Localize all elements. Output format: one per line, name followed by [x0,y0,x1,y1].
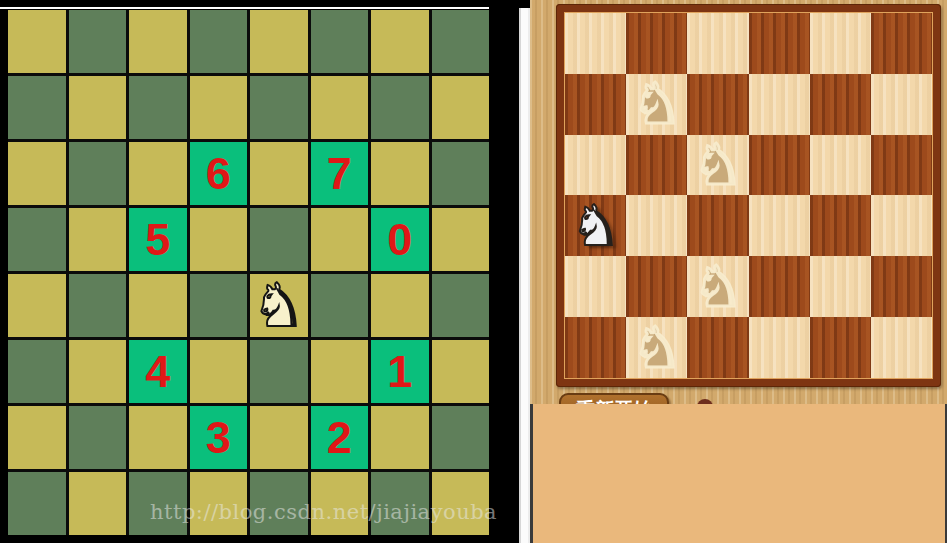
left-board-square [69,472,127,535]
right-board-square[interactable] [871,195,932,256]
left-board-square [432,76,490,139]
move-number-label: 3 [206,415,231,460]
right-board-square[interactable] [871,317,932,378]
right-board-square[interactable] [871,256,932,317]
top-divider-line [0,7,489,9]
ghost-knight-move-target[interactable]: ♞ [632,76,682,132]
left-board-square [190,208,248,271]
left-board-square [311,76,369,139]
right-board-square[interactable] [749,135,810,196]
left-board-square: 4 [129,340,187,403]
left-board-square [129,274,187,337]
left-board-square [8,142,66,205]
left-board-square [69,208,127,271]
right-board-square[interactable] [871,74,932,135]
left-board-square [8,340,66,403]
right-board-square[interactable] [871,13,932,74]
left-board-square [311,208,369,271]
left-board-square: 7 [311,142,369,205]
right-board-square[interactable] [749,13,810,74]
bottom-overlay [533,404,945,543]
right-board-square[interactable]: ♞ [687,256,748,317]
right-board-square[interactable] [810,256,871,317]
left-board-square: 6 [190,142,248,205]
right-board-square[interactable] [565,74,626,135]
left-board-square: 0 [371,208,429,271]
right-board-square[interactable]: ♞ [626,317,687,378]
left-board-square [129,142,187,205]
right-board-square[interactable] [565,317,626,378]
ghost-knight-move-target[interactable]: ♞ [693,137,743,193]
left-panel: 6750♞4132 http://blog.csdn.net/jiajiayou… [0,0,530,543]
move-number-label: 7 [327,151,352,196]
left-board-square [8,10,66,73]
left-board-square: ♞ [250,274,308,337]
left-board-square [69,340,127,403]
left-board-square [8,76,66,139]
ghost-knight-move-target[interactable]: ♞ [693,259,743,315]
left-board-square [250,142,308,205]
move-number-label: 4 [145,349,170,394]
left-board-square: 2 [311,406,369,469]
right-board-square[interactable] [565,256,626,317]
left-board-square [69,10,127,73]
left-board-square [8,274,66,337]
right-board-square[interactable] [687,317,748,378]
left-board-square [311,274,369,337]
watermark-url: http://blog.csdn.net/jiajiayouba [150,500,495,524]
vertical-scrollbar[interactable] [519,8,530,543]
right-board-square[interactable] [810,13,871,74]
right-board-square[interactable] [810,74,871,135]
left-board-square [8,406,66,469]
left-board-square [250,10,308,73]
left-board-square [432,10,490,73]
left-board-square: 3 [190,406,248,469]
right-board-square[interactable] [626,13,687,74]
right-board-square[interactable]: ♞ [626,74,687,135]
left-board-square [250,76,308,139]
right-board-frame: ♞♞♞♞♞ [556,4,941,387]
left-chess-board: 6750♞4132 [8,10,489,535]
left-board-square [311,10,369,73]
white-knight-piece: ♞ [252,276,306,336]
left-board-square [371,76,429,139]
right-board-square[interactable] [687,13,748,74]
left-board-square [190,76,248,139]
left-board-square [190,274,248,337]
move-number-label: 6 [206,151,231,196]
move-number-label: 0 [387,217,412,262]
left-board-square: 1 [371,340,429,403]
move-number-label: 1 [387,349,412,394]
right-board-square[interactable] [626,135,687,196]
white-knight-piece[interactable]: ♞ [570,198,620,254]
left-board-square [371,406,429,469]
left-board-square [250,340,308,403]
left-board-square [69,142,127,205]
right-board-square[interactable] [626,195,687,256]
left-board-square [432,406,490,469]
left-board-square [69,406,127,469]
right-panel: ♞♞♞♞♞ 重新开始 [530,0,947,543]
left-board-square [129,406,187,469]
right-board-square[interactable] [810,135,871,196]
right-board-square[interactable] [687,195,748,256]
left-board-square [311,340,369,403]
left-board-square [8,208,66,271]
left-board-square [432,142,490,205]
left-board-square [69,274,127,337]
right-board-square[interactable] [749,256,810,317]
left-board-square [432,208,490,271]
right-board-square[interactable] [565,13,626,74]
right-board-square[interactable] [810,195,871,256]
right-board-square[interactable]: ♞ [687,135,748,196]
left-board-square: 5 [129,208,187,271]
move-number-label: 5 [145,217,170,262]
left-board-square [371,142,429,205]
right-board-square[interactable] [626,256,687,317]
right-board-square[interactable] [871,135,932,196]
left-board-square [432,340,490,403]
left-board-square [129,76,187,139]
left-board-square [8,472,66,535]
left-board-square [190,340,248,403]
right-board-square[interactable]: ♞ [565,195,626,256]
left-board-square [371,274,429,337]
right-board-square[interactable] [687,74,748,135]
right-board-square[interactable] [749,195,810,256]
left-board-square [432,274,490,337]
right-chess-board: ♞♞♞♞♞ [564,12,933,379]
left-board-square [190,10,248,73]
left-board-square [371,10,429,73]
right-board-square[interactable] [810,317,871,378]
overlay-left-edge [530,404,533,543]
left-board-square [250,208,308,271]
move-number-label: 2 [327,415,352,460]
right-board-square[interactable] [749,74,810,135]
right-board-square[interactable] [749,317,810,378]
left-board-square [129,10,187,73]
right-board-square[interactable] [565,135,626,196]
left-board-square [250,406,308,469]
ghost-knight-move-target[interactable]: ♞ [632,320,682,376]
left-board-square [69,76,127,139]
